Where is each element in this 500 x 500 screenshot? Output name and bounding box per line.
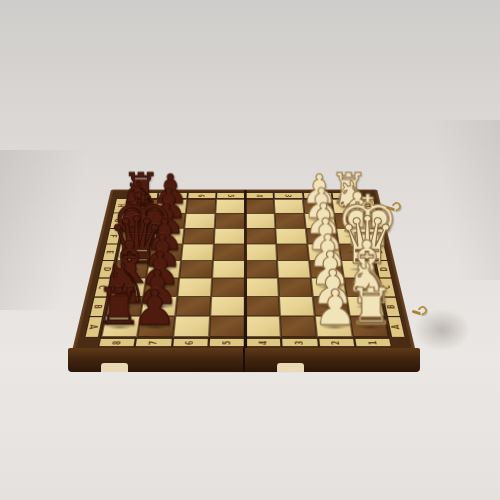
photo-scene: 87654321 87654321 HGFEDCBA HGFEDCBA ♜♟♟♜… bbox=[0, 0, 500, 500]
piece-shadow bbox=[347, 284, 379, 290]
brass-clasp-far bbox=[386, 200, 404, 214]
fold-seam-side bbox=[243, 348, 245, 372]
coordinate-label: H bbox=[115, 204, 125, 207]
piece-shadow bbox=[103, 323, 138, 330]
piece-shadow bbox=[147, 266, 178, 272]
pieces-layer: ♜♟♟♜♞♟♟♞♝♟♟♝♚♟♟♚♛♟♟♛♝♟♟♝♞♟♟♞♜♟♟♜ bbox=[73, 190, 417, 352]
white-bishop-c1: ♝ bbox=[340, 233, 386, 292]
coordinate-label: F bbox=[371, 234, 381, 237]
piece-shadow bbox=[111, 284, 143, 290]
piece-shadow bbox=[317, 323, 351, 330]
piece-shadow bbox=[125, 218, 154, 223]
piece-shadow bbox=[350, 303, 383, 310]
coordinate-label: G bbox=[112, 219, 122, 222]
piece-shadow bbox=[114, 266, 146, 272]
piece-shadow bbox=[153, 233, 183, 238]
brass-clasp-near bbox=[412, 304, 430, 318]
piece-shadow bbox=[336, 218, 365, 223]
white-bishop-f1: ♝ bbox=[333, 186, 376, 240]
black-knight-g8: ♞ bbox=[118, 175, 159, 224]
piece-shadow bbox=[339, 233, 369, 238]
piece-shadow bbox=[344, 266, 376, 272]
piece-shadow bbox=[305, 204, 333, 209]
coordinate-label: E bbox=[105, 251, 116, 254]
piece-shadow bbox=[142, 303, 175, 310]
coordinate-label: 6 bbox=[197, 194, 206, 197]
backdrop-crease-right bbox=[410, 120, 500, 280]
piece-shadow bbox=[315, 303, 348, 310]
foot-notch-left bbox=[101, 363, 128, 372]
piece-shadow bbox=[306, 218, 335, 223]
piece-shadow bbox=[138, 323, 172, 330]
piece-shadow bbox=[311, 266, 342, 272]
piece-shadow bbox=[128, 204, 156, 209]
black-bishop-f8: ♝ bbox=[114, 186, 157, 240]
coordinate-label: E bbox=[375, 251, 386, 254]
piece-shadow bbox=[145, 284, 177, 290]
white-knight-g1: ♞ bbox=[331, 175, 372, 224]
board-side-face bbox=[68, 348, 420, 372]
piece-shadow bbox=[121, 233, 151, 238]
piece-shadow bbox=[334, 204, 362, 209]
piece-shadow bbox=[313, 284, 345, 290]
coordinate-label: 2 bbox=[313, 194, 322, 197]
coordinate-label: 1 bbox=[342, 194, 351, 197]
piece-shadow bbox=[353, 323, 388, 330]
coordinate-label: F bbox=[109, 234, 119, 237]
chess-board: 87654321 87654321 HGFEDCBA HGFEDCBA ♜♟♟♜… bbox=[72, 189, 416, 351]
coordinate-label: 7 bbox=[168, 194, 177, 197]
coordinate-label: 8 bbox=[139, 194, 148, 197]
coordinate-label: G bbox=[368, 219, 378, 222]
coordinate-label: 5 bbox=[226, 194, 235, 197]
foot-notch-right bbox=[277, 363, 304, 372]
black-bishop-c8: ♝ bbox=[103, 233, 149, 292]
piece-shadow bbox=[155, 218, 184, 223]
coordinate-label: 3 bbox=[284, 194, 293, 197]
piece-shadow bbox=[157, 204, 185, 209]
piece-shadow bbox=[308, 233, 338, 238]
piece-shadow bbox=[107, 303, 140, 310]
coordinate-label: 4 bbox=[255, 194, 264, 197]
coordinate-label: H bbox=[365, 204, 375, 207]
